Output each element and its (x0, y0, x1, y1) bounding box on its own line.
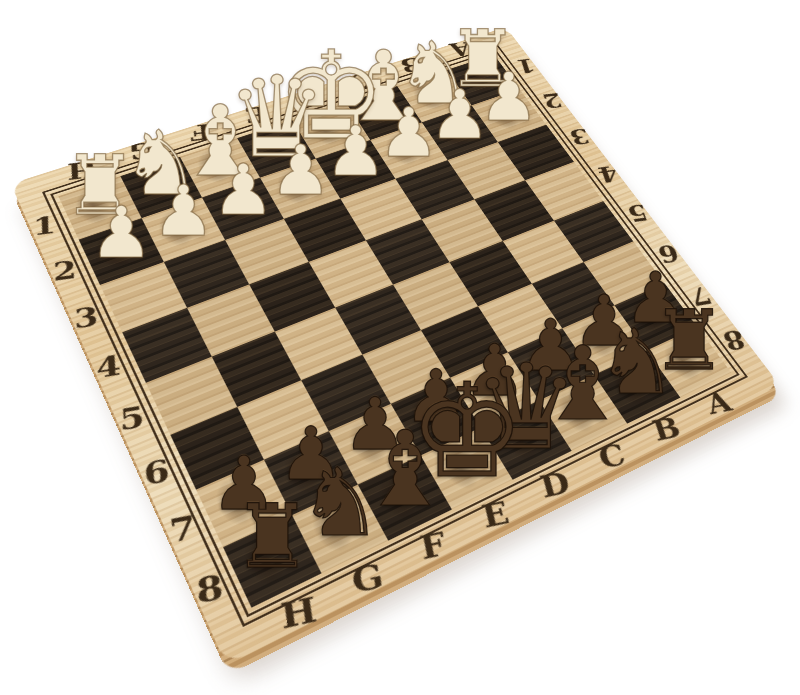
file-label-f-nw: F (189, 120, 213, 143)
rank-label-6-sw: 6 (143, 456, 171, 491)
rank-label-2-sw: 2 (52, 257, 77, 285)
file-label-d-se: D (537, 468, 573, 503)
file-label-b-se: B (650, 413, 684, 445)
file-label-a-se: A (703, 388, 735, 419)
rank-label-1-sw: 1 (32, 213, 56, 240)
file-label-e-se: E (479, 497, 512, 533)
file-label-e-nw: E (244, 103, 269, 126)
file-label-d-nw: D (296, 86, 324, 108)
file-label-c-nw: C (349, 70, 375, 91)
file-label-h-nw: H (66, 157, 97, 183)
chess-board: 11AA22BB33CC44DD55EE66FF77GG88HH (11, 27, 780, 665)
file-label-h-se: H (278, 593, 318, 635)
rank-label-4-sw: 4 (96, 352, 122, 383)
rank-label-8-sw: 8 (195, 570, 225, 609)
file-label-f-se: F (417, 528, 448, 565)
file-label-c-se: C (596, 440, 629, 473)
file-label-a-nw: A (448, 39, 473, 59)
board-squares (58, 55, 731, 608)
file-label-g-nw: G (128, 138, 156, 162)
file-label-g-se: G (349, 560, 385, 599)
rank-label-7-sw: 7 (168, 512, 197, 549)
file-label-b-nw: B (399, 54, 426, 75)
product-photo: 11AA22BB33CC44DD55EE66FF77GG88HH ♜♞♝♛♚♝♞… (0, 0, 800, 695)
rank-label-3-sw: 3 (73, 303, 98, 333)
rank-label-5-sw: 5 (119, 402, 146, 435)
